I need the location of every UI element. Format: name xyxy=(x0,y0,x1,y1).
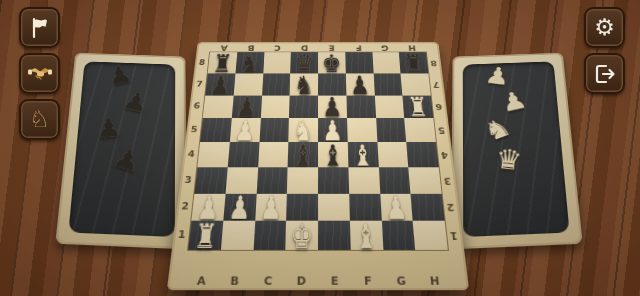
file-label-bottom-A: A xyxy=(193,275,210,288)
rank-label-right-5: 5 xyxy=(434,125,449,135)
rank-label-left-6: 6 xyxy=(190,102,204,111)
captured-black-tray-well: ♟♟♟♟ xyxy=(68,61,175,237)
square-h4[interactable] xyxy=(406,142,438,167)
file-label-bottom-E: E xyxy=(327,275,343,288)
square-g5[interactable] xyxy=(376,118,407,142)
captured-white-queen: ♛ xyxy=(494,146,523,175)
square-g2[interactable]: ♟ xyxy=(380,193,413,221)
captured-white-tray-well: ♟♟♞♛ xyxy=(463,61,570,237)
rank-label-right-6: 6 xyxy=(431,102,445,111)
square-g4[interactable] xyxy=(377,142,409,167)
square-g8[interactable] xyxy=(372,52,401,73)
rank-label-left-8: 8 xyxy=(195,58,209,66)
file-label-bottom-D: D xyxy=(293,275,309,288)
square-h5[interactable] xyxy=(404,118,435,142)
piece-white-pawn-c2[interactable]: ♟ xyxy=(254,193,287,225)
square-h8[interactable]: ♜ xyxy=(399,52,428,73)
square-b1[interactable] xyxy=(221,221,255,250)
exit-arrow-icon xyxy=(593,62,617,86)
square-h6[interactable]: ♜ xyxy=(403,95,434,118)
captured-black-pawn: ♟ xyxy=(120,88,151,117)
file-label-top-F: F xyxy=(352,43,365,51)
square-b2[interactable]: ♟ xyxy=(223,193,256,221)
square-d7[interactable]: ♞ xyxy=(290,73,318,95)
square-e2[interactable] xyxy=(318,193,350,221)
file-label-bottom-G: G xyxy=(393,275,410,288)
square-c8[interactable] xyxy=(263,52,291,73)
square-a6[interactable] xyxy=(203,95,234,118)
file-label-bottom-H: H xyxy=(426,275,443,288)
offer-draw-button[interactable] xyxy=(19,53,60,94)
square-f1[interactable]: ♝ xyxy=(350,221,383,250)
square-e1[interactable] xyxy=(318,221,350,250)
chess-board: AA11BB22CC33DD44EE55FF66GG77HH88 ♜♞♛♚♜♟♞… xyxy=(167,42,469,290)
square-f7[interactable]: ♟ xyxy=(346,73,375,95)
file-label-bottom-C: C xyxy=(260,275,276,288)
rank-label-left-7: 7 xyxy=(192,80,206,89)
square-a7[interactable]: ♟ xyxy=(205,73,235,95)
board-grid: ♜♞♛♚♜♟♞♟♟♟♜♟♞♟♝♝♝♟♟♟♟♜♚♝ xyxy=(188,52,448,250)
piece-white-bishop-f1[interactable]: ♝ xyxy=(350,220,383,254)
square-e4[interactable]: ♝ xyxy=(318,142,348,167)
piece-white-pawn-b2[interactable]: ♟ xyxy=(223,193,257,225)
handshake-icon xyxy=(27,61,53,87)
chess-app-screen: { "game": "chess", "app": { "left_toolba… xyxy=(0,0,640,296)
square-f6[interactable] xyxy=(346,95,375,118)
captured-black-pawn: ♟ xyxy=(110,144,144,177)
captured-white-tray: ♟♟♞♛ xyxy=(451,53,583,250)
rank-label-left-1: 1 xyxy=(173,229,189,241)
captured-white-pawn: ♟ xyxy=(483,64,511,89)
file-label-bottom-F: F xyxy=(360,275,376,288)
rank-label-left-4: 4 xyxy=(184,149,199,159)
knight-icon: ♘ xyxy=(29,108,50,131)
square-f4[interactable]: ♝ xyxy=(347,142,378,167)
rank-label-right-8: 8 xyxy=(427,58,441,66)
rank-label-left-2: 2 xyxy=(177,201,193,212)
square-b8[interactable]: ♞ xyxy=(235,52,264,73)
square-d1[interactable]: ♚ xyxy=(286,221,318,250)
captured-black-pawn: ♟ xyxy=(96,115,123,142)
square-a4[interactable] xyxy=(197,142,229,167)
white-flag-icon xyxy=(28,16,52,40)
square-h2[interactable] xyxy=(411,193,445,221)
square-b4[interactable] xyxy=(228,142,260,167)
captured-black-tray: ♟♟♟♟ xyxy=(55,53,187,250)
piece-white-rook-a1[interactable]: ♜ xyxy=(188,220,223,254)
file-label-bottom-B: B xyxy=(226,275,243,288)
piece-white-king-d1[interactable]: ♚ xyxy=(285,220,318,254)
file-label-top-C: C xyxy=(271,43,284,51)
gear-icon: ⚙ xyxy=(594,16,615,39)
rank-label-right-2: 2 xyxy=(442,201,458,212)
square-d3[interactable] xyxy=(287,167,318,193)
resign-flag-button[interactable] xyxy=(19,7,60,48)
hint-knight-button[interactable]: ♘ xyxy=(19,99,60,140)
square-h1[interactable] xyxy=(413,221,448,250)
square-c7[interactable] xyxy=(262,73,291,95)
rank-label-right-4: 4 xyxy=(437,149,452,159)
square-e8[interactable]: ♚ xyxy=(318,52,346,73)
square-g7[interactable] xyxy=(373,73,402,95)
square-h3[interactable] xyxy=(408,167,441,193)
square-c1[interactable] xyxy=(253,221,286,250)
piece-white-pawn-g2[interactable]: ♟ xyxy=(380,193,414,225)
square-b5[interactable]: ♟ xyxy=(230,118,261,142)
rank-label-right-3: 3 xyxy=(440,175,456,186)
rank-label-left-5: 5 xyxy=(187,125,202,135)
captured-white-knight: ♞ xyxy=(480,114,515,146)
settings-button[interactable]: ⚙ xyxy=(584,7,625,48)
rank-label-right-7: 7 xyxy=(429,80,443,89)
file-label-top-G: G xyxy=(379,43,392,51)
square-d4[interactable]: ♝ xyxy=(288,142,318,167)
rank-label-right-1: 1 xyxy=(446,229,462,241)
square-a1[interactable]: ♜ xyxy=(188,221,223,250)
square-f3[interactable] xyxy=(348,167,380,193)
square-c6[interactable] xyxy=(260,95,289,118)
square-g6[interactable] xyxy=(374,95,404,118)
square-g1[interactable] xyxy=(381,221,415,250)
exit-button[interactable] xyxy=(584,53,625,94)
square-e3[interactable] xyxy=(318,167,349,193)
square-c4[interactable] xyxy=(258,142,289,167)
square-c2[interactable]: ♟ xyxy=(255,193,287,221)
rank-label-left-3: 3 xyxy=(180,175,196,186)
square-c5[interactable] xyxy=(259,118,289,142)
captured-black-pawn: ♟ xyxy=(105,62,134,89)
square-a5[interactable] xyxy=(200,118,231,142)
